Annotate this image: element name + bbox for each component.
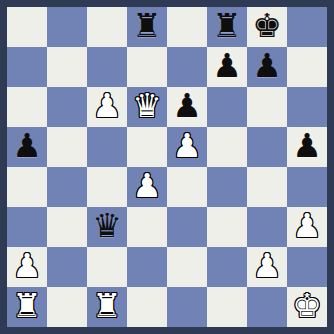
square-b5[interactable] [47,127,87,167]
square-c2[interactable] [87,247,127,287]
square-a1[interactable]: ♜ [7,287,47,327]
piece-white-pawn[interactable]: ♟ [132,166,162,206]
square-a7[interactable] [7,47,47,87]
square-a8[interactable] [7,7,47,47]
square-c4[interactable] [87,167,127,207]
square-h2[interactable] [287,247,327,287]
square-f5[interactable] [207,127,247,167]
piece-white-rook[interactable]: ♜ [92,286,122,326]
square-c8[interactable] [87,7,127,47]
piece-white-queen[interactable]: ♛ [132,86,162,126]
square-g1[interactable] [247,287,287,327]
square-h8[interactable] [287,7,327,47]
square-b3[interactable] [47,207,87,247]
square-d1[interactable] [127,287,167,327]
square-a4[interactable] [7,167,47,207]
piece-black-pawn[interactable]: ♟ [172,86,202,126]
square-f2[interactable] [207,247,247,287]
square-a2[interactable]: ♟ [7,247,47,287]
square-g3[interactable] [247,207,287,247]
square-g8[interactable]: ♚ [247,7,287,47]
square-d7[interactable] [127,47,167,87]
square-a3[interactable] [7,207,47,247]
square-b8[interactable] [47,7,87,47]
square-e6[interactable]: ♟ [167,87,207,127]
square-b4[interactable] [47,167,87,207]
piece-white-pawn[interactable]: ♟ [252,246,282,286]
piece-white-pawn[interactable]: ♟ [12,246,42,286]
square-g5[interactable] [247,127,287,167]
piece-white-pawn[interactable]: ♟ [92,86,122,126]
square-g2[interactable]: ♟ [247,247,287,287]
square-f7[interactable]: ♟ [207,47,247,87]
square-h3[interactable]: ♟ [287,207,327,247]
square-e3[interactable] [167,207,207,247]
square-e7[interactable] [167,47,207,87]
square-h5[interactable]: ♟ [287,127,327,167]
square-c3[interactable]: ♛ [87,207,127,247]
square-d6[interactable]: ♛ [127,87,167,127]
piece-black-pawn[interactable]: ♟ [212,46,242,86]
square-h1[interactable]: ♚ [287,287,327,327]
square-b6[interactable] [47,87,87,127]
square-f6[interactable] [207,87,247,127]
piece-black-pawn[interactable]: ♟ [292,126,322,166]
square-f8[interactable]: ♜ [207,7,247,47]
square-c7[interactable] [87,47,127,87]
piece-black-pawn[interactable]: ♟ [12,126,42,166]
square-h7[interactable] [287,47,327,87]
square-d4[interactable]: ♟ [127,167,167,207]
square-e5[interactable]: ♟ [167,127,207,167]
square-c1[interactable]: ♜ [87,287,127,327]
square-c5[interactable] [87,127,127,167]
piece-black-rook[interactable]: ♜ [132,6,162,46]
square-d5[interactable] [127,127,167,167]
square-a6[interactable] [7,87,47,127]
piece-black-pawn[interactable]: ♟ [252,46,282,86]
square-f4[interactable] [207,167,247,207]
square-e2[interactable] [167,247,207,287]
square-h6[interactable] [287,87,327,127]
piece-white-king[interactable]: ♚ [292,286,322,326]
piece-black-queen[interactable]: ♛ [92,206,122,246]
square-b2[interactable] [47,247,87,287]
square-d2[interactable] [127,247,167,287]
square-a5[interactable]: ♟ [7,127,47,167]
piece-black-rook[interactable]: ♜ [212,6,242,46]
square-g4[interactable] [247,167,287,207]
square-d3[interactable] [127,207,167,247]
square-g6[interactable] [247,87,287,127]
square-e8[interactable] [167,7,207,47]
square-e4[interactable] [167,167,207,207]
square-b1[interactable] [47,287,87,327]
square-f3[interactable] [207,207,247,247]
square-c6[interactable]: ♟ [87,87,127,127]
chess-board: ♜♜♚♟♟♟♛♟♟♟♟♟♛♟♟♟♜♜♚ [0,0,334,334]
piece-white-pawn[interactable]: ♟ [292,206,322,246]
piece-black-king[interactable]: ♚ [252,6,282,46]
square-f1[interactable] [207,287,247,327]
square-g7[interactable]: ♟ [247,47,287,87]
piece-white-rook[interactable]: ♜ [12,286,42,326]
square-b7[interactable] [47,47,87,87]
square-e1[interactable] [167,287,207,327]
square-h4[interactable] [287,167,327,207]
piece-white-pawn[interactable]: ♟ [172,126,202,166]
square-d8[interactable]: ♜ [127,7,167,47]
